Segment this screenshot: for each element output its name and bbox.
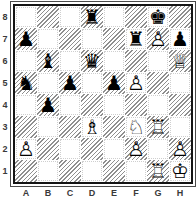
white-rook-piece: ♖ [147,116,169,138]
white-pawn-piece: ♙ [125,72,147,94]
white-pawn-piece: ♙ [147,28,169,50]
white-bishop-piece: ♗ [81,116,103,138]
square-h8 [169,6,191,28]
square-e6 [103,50,125,72]
square-c3 [59,116,81,138]
chess-board: ♜♚♟♜♟♙♟♝♛♛♕♞♟♟♟♙♟♝♗♞♘♜♖♟♙♟♙♟♙♜♖♚♔ [13,4,193,184]
white-pawn-piece: ♙ [125,138,147,160]
square-e4 [103,94,125,116]
square-d3: ♝♗ [81,116,103,138]
square-e7 [103,28,125,50]
file-label-h: H [169,187,191,199]
rank-label-5: 5 [0,72,10,94]
square-a5: ♞ [15,72,37,94]
square-b3 [37,116,59,138]
square-c2 [59,138,81,160]
white-rook-piece: ♖ [147,160,169,182]
square-d8: ♜ [81,6,103,28]
square-g5 [147,72,169,94]
square-f1 [125,160,147,182]
black-queen-piece: ♛ [81,50,103,72]
square-c4 [59,94,81,116]
file-label-g: G [147,187,169,199]
square-h4 [169,94,191,116]
square-h2: ♟♙ [169,138,191,160]
square-g8: ♚ [147,6,169,28]
white-queen-piece: ♕ [169,50,191,72]
black-king-piece: ♚ [147,6,169,28]
square-c8 [59,6,81,28]
square-g3: ♜♖ [147,116,169,138]
black-bishop-piece: ♝ [37,50,59,72]
board-frame: ♜♚♟♜♟♙♟♝♛♛♕♞♟♟♟♙♟♝♗♞♘♜♖♟♙♟♙♟♙♜♖♚♔ [10,1,196,187]
file-label-e: E [103,187,125,199]
square-f4 [125,94,147,116]
square-d7 [81,28,103,50]
square-e8 [103,6,125,28]
square-d2 [81,138,103,160]
rank-label-1: 1 [0,160,10,182]
black-rook-piece: ♜ [125,28,147,50]
square-f2: ♟♙ [125,138,147,160]
square-a2: ♟♙ [15,138,37,160]
square-a3 [15,116,37,138]
square-h3 [169,116,191,138]
black-knight-piece: ♞ [15,72,37,94]
rank-label-2: 2 [0,138,10,160]
square-b1 [37,160,59,182]
square-b4: ♟ [37,94,59,116]
black-rook-piece: ♜ [81,6,103,28]
file-label-a: A [15,187,37,199]
file-label-c: C [59,187,81,199]
square-f5: ♟♙ [125,72,147,94]
square-f8 [125,6,147,28]
white-knight-piece: ♘ [125,116,147,138]
square-a6 [15,50,37,72]
square-d4 [81,94,103,116]
rank-label-4: 4 [0,94,10,116]
square-a1 [15,160,37,182]
square-b2 [37,138,59,160]
black-pawn-piece: ♟ [15,28,37,50]
square-b6: ♝ [37,50,59,72]
square-a4 [15,94,37,116]
square-e1 [103,160,125,182]
square-c6 [59,50,81,72]
rank-label-3: 3 [0,116,10,138]
square-b5 [37,72,59,94]
white-king-piece: ♔ [169,160,191,182]
square-b7 [37,28,59,50]
square-g4 [147,94,169,116]
square-h1: ♚♔ [169,160,191,182]
black-pawn-piece: ♟ [59,72,81,94]
square-f3: ♞♘ [125,116,147,138]
file-label-d: D [81,187,103,199]
file-label-b: B [37,187,59,199]
square-d6: ♛ [81,50,103,72]
square-f6 [125,50,147,72]
square-g1: ♜♖ [147,160,169,182]
square-c1 [59,160,81,182]
square-d1 [81,160,103,182]
square-e3 [103,116,125,138]
black-pawn-piece: ♟ [103,72,125,94]
square-g2 [147,138,169,160]
black-pawn-piece: ♟ [37,94,59,116]
square-h7: ♟ [169,28,191,50]
square-g6 [147,50,169,72]
white-pawn-piece: ♙ [15,138,37,160]
rank-label-7: 7 [0,28,10,50]
square-g7: ♟♙ [147,28,169,50]
file-label-f: F [125,187,147,199]
square-f7: ♜ [125,28,147,50]
white-pawn-piece: ♙ [169,138,191,160]
file-labels: ABCDEFGH [15,187,191,199]
square-a8 [15,6,37,28]
square-e5: ♟ [103,72,125,94]
square-c7 [59,28,81,50]
square-b8 [37,6,59,28]
square-h5 [169,72,191,94]
square-c5: ♟ [59,72,81,94]
chess-diagram: 87654321 ♜♚♟♜♟♙♟♝♛♛♕♞♟♟♟♙♟♝♗♞♘♜♖♟♙♟♙♟♙♜♖… [0,0,196,200]
square-d5 [81,72,103,94]
square-h6: ♛♕ [169,50,191,72]
rank-labels: 87654321 [0,6,10,182]
square-e2 [103,138,125,160]
black-pawn-piece: ♟ [169,28,191,50]
rank-label-8: 8 [0,6,10,28]
rank-label-6: 6 [0,50,10,72]
square-a7: ♟ [15,28,37,50]
